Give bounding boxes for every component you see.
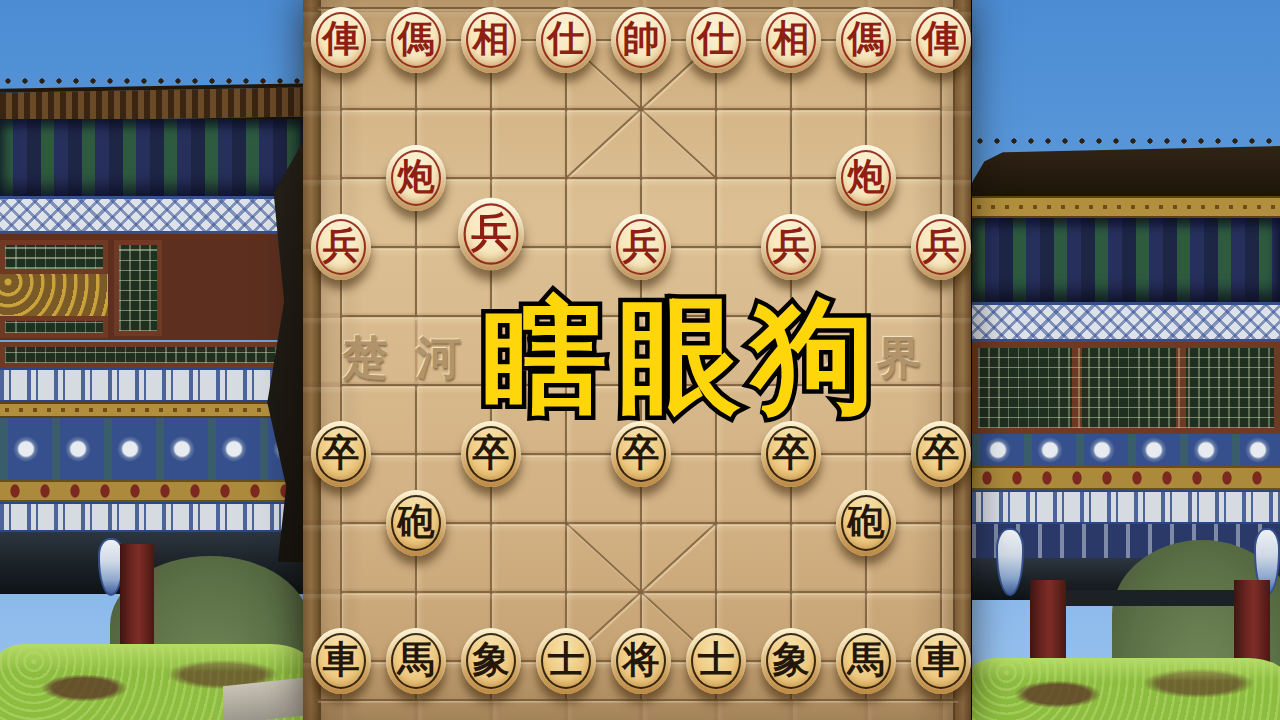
piece-red-soldier[interactable]: 兵 <box>311 214 371 280</box>
piece-glyph: 砲 <box>836 489 896 555</box>
piece-red-elephant[interactable]: 相 <box>761 7 821 73</box>
roof-ornament-row <box>972 134 1280 148</box>
piece-red-soldier[interactable]: 兵 <box>458 198 524 271</box>
caption-overlay: 瞎眼狗 <box>483 288 885 424</box>
piece-glyph: 象 <box>461 627 521 693</box>
piece-glyph: 兵 <box>911 213 971 279</box>
piece-glyph: 兵 <box>311 213 371 279</box>
bracket-cornice <box>972 218 1280 302</box>
piece-red-soldier[interactable]: 兵 <box>761 214 821 280</box>
piece-black-elephant[interactable]: 象 <box>461 628 521 694</box>
piece-glyph: 卒 <box>761 420 821 486</box>
piece-red-horse[interactable]: 傌 <box>836 7 896 73</box>
piece-glyph: 相 <box>461 6 521 72</box>
piece-black-horse[interactable]: 馬 <box>836 628 896 694</box>
piece-black-cannon[interactable]: 砲 <box>386 490 446 556</box>
gold-bead-beam <box>0 480 303 502</box>
gold-trim <box>0 402 303 418</box>
piece-glyph: 卒 <box>311 420 371 486</box>
piece-glyph: 車 <box>911 627 971 693</box>
diamond-frieze <box>972 302 1280 342</box>
diamond-frieze <box>0 196 303 234</box>
piece-black-horse[interactable]: 馬 <box>386 628 446 694</box>
piece-glyph: 士 <box>686 627 746 693</box>
piece-glyph: 卒 <box>461 420 521 486</box>
piece-glyph: 将 <box>611 627 671 693</box>
piece-black-soldier[interactable]: 卒 <box>611 421 671 487</box>
piece-black-chariot[interactable]: 車 <box>311 628 371 694</box>
piece-glyph: 俥 <box>311 6 371 72</box>
piece-glyph: 俥 <box>911 6 971 72</box>
piece-glyph: 仕 <box>686 6 746 72</box>
piece-black-advisor[interactable]: 士 <box>536 628 596 694</box>
lattice-window <box>114 240 162 336</box>
piece-glyph: 卒 <box>611 420 671 486</box>
gold-bead-beam <box>972 466 1280 490</box>
piece-glyph: 仕 <box>536 6 596 72</box>
lattice-windows <box>972 342 1280 434</box>
piece-black-chariot[interactable]: 車 <box>911 628 971 694</box>
medallion-frieze <box>0 418 303 480</box>
piece-black-elephant[interactable]: 象 <box>761 628 821 694</box>
piece-black-advisor[interactable]: 士 <box>686 628 746 694</box>
background-photo-left <box>0 0 303 720</box>
piece-glyph: 帥 <box>611 6 671 72</box>
lattice-window <box>0 316 108 338</box>
gold-carved-panel <box>0 274 108 316</box>
piece-black-general[interactable]: 将 <box>611 628 671 694</box>
piece-glyph: 象 <box>761 627 821 693</box>
piece-glyph: 馬 <box>386 627 446 693</box>
piece-black-soldier[interactable]: 卒 <box>461 421 521 487</box>
piece-glyph: 卒 <box>911 420 971 486</box>
piece-red-cannon[interactable]: 炮 <box>836 145 896 211</box>
piece-glyph: 相 <box>761 6 821 72</box>
piece-black-soldier[interactable]: 卒 <box>311 421 371 487</box>
piece-red-chariot[interactable]: 俥 <box>311 7 371 73</box>
red-pillar <box>120 544 154 650</box>
bracket-cornice <box>0 119 303 197</box>
piece-red-soldier[interactable]: 兵 <box>611 214 671 280</box>
piece-black-soldier[interactable]: 卒 <box>911 421 971 487</box>
cross-beam <box>1060 590 1250 606</box>
piece-glyph: 兵 <box>611 213 671 279</box>
piece-red-cannon[interactable]: 炮 <box>386 145 446 211</box>
piece-glyph: 兵 <box>761 213 821 279</box>
scroll-frieze <box>0 368 303 402</box>
piece-glyph: 車 <box>311 627 371 693</box>
piece-glyph: 馬 <box>836 627 896 693</box>
piece-glyph: 兵 <box>458 197 524 270</box>
medallion-frieze <box>972 434 1280 466</box>
scroll-frieze <box>972 490 1280 524</box>
piece-black-soldier[interactable]: 卒 <box>761 421 821 487</box>
piece-red-chariot[interactable]: 俥 <box>911 7 971 73</box>
piece-glyph: 士 <box>536 627 596 693</box>
piece-red-elephant[interactable]: 相 <box>461 7 521 73</box>
lattice-window <box>0 240 108 274</box>
piece-glyph: 炮 <box>386 144 446 210</box>
roof-silhouette <box>972 146 1280 198</box>
piece-glyph: 砲 <box>386 489 446 555</box>
gold-trim <box>972 196 1280 218</box>
piece-black-cannon[interactable]: 砲 <box>836 490 896 556</box>
lattice-strip <box>0 342 303 368</box>
piece-red-horse[interactable]: 傌 <box>386 7 446 73</box>
piece-red-advisor[interactable]: 仕 <box>536 7 596 73</box>
piece-red-general[interactable]: 帥 <box>611 7 671 73</box>
background-photo-right <box>972 0 1280 720</box>
stone-walk <box>223 678 303 720</box>
piece-glyph: 炮 <box>836 144 896 210</box>
hedge <box>972 658 1280 720</box>
piece-glyph: 傌 <box>836 6 896 72</box>
scroll-frieze <box>0 502 303 532</box>
video-frame: 楚 河 汉 界 俥傌相仕帥仕相傌俥炮炮兵兵兵兵兵卒卒卒卒卒砲砲車馬象士将士象馬車… <box>0 0 1280 720</box>
piece-red-advisor[interactable]: 仕 <box>686 7 746 73</box>
piece-glyph: 傌 <box>386 6 446 72</box>
piece-red-soldier[interactable]: 兵 <box>911 214 971 280</box>
